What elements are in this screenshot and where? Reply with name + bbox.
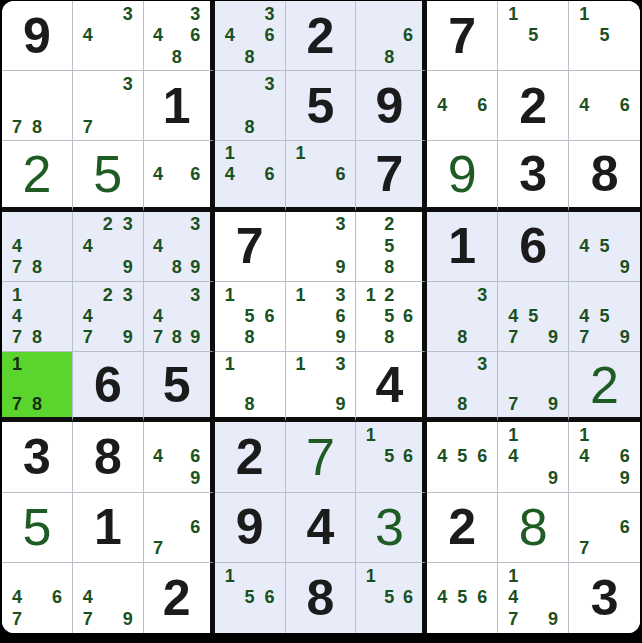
pencil-mark-slot-5: 5 bbox=[523, 305, 543, 326]
pencil-mark-slot-9: 9 bbox=[543, 467, 563, 488]
cell-r9c8[interactable]: 1479 bbox=[498, 563, 569, 633]
pencil-mark-slot-4 bbox=[220, 587, 240, 609]
cell-r8c9[interactable]: 67 bbox=[569, 493, 640, 563]
pencil-mark-slot-3 bbox=[543, 424, 563, 445]
cell-r8c8[interactable]: 8 bbox=[498, 493, 569, 563]
given-digit: 5 bbox=[144, 352, 210, 417]
pencil-mark-slot-3: 3 bbox=[330, 284, 350, 305]
pencil-mark-slot-7 bbox=[432, 394, 452, 414]
cell-r5c3[interactable]: 34789 bbox=[144, 282, 215, 352]
pencil-mark-slot-4 bbox=[291, 235, 311, 256]
cell-r3c5[interactable]: 16 bbox=[286, 141, 357, 211]
pencil-marks: 15 bbox=[498, 1, 568, 70]
pencil-marks: 79 bbox=[498, 352, 568, 417]
pencil-marks: 456 bbox=[427, 563, 497, 633]
pencil-mark-slot-8 bbox=[98, 608, 118, 630]
cell-r7c1[interactable]: 3 bbox=[2, 422, 73, 492]
pencil-mark-slot-4: 4 bbox=[78, 235, 98, 256]
pencil-mark-slot-5 bbox=[27, 587, 47, 609]
cell-r3c8[interactable]: 3 bbox=[498, 141, 569, 211]
pencil-mark-slot-1: 1 bbox=[291, 354, 311, 374]
pencil-marks: 156 bbox=[215, 563, 285, 633]
cell-r8c4[interactable]: 9 bbox=[215, 493, 286, 563]
pencil-mark-slot-8 bbox=[452, 116, 472, 137]
pencil-mark-slot-7 bbox=[432, 467, 452, 488]
pencil-mark-slot-9 bbox=[615, 537, 635, 558]
pencil-mark-slot-5 bbox=[523, 374, 543, 394]
pencil-marks: 156 bbox=[356, 422, 422, 491]
pencil-mark-slot-4 bbox=[503, 24, 523, 45]
cell-r9c3[interactable]: 2 bbox=[144, 563, 215, 633]
pencil-mark-slot-6 bbox=[543, 587, 563, 609]
pencil-mark-slot-7 bbox=[291, 184, 311, 204]
pencil-mark-slot-1: 1 bbox=[291, 143, 311, 163]
pencil-mark-slot-1: 1 bbox=[361, 284, 380, 305]
pencil-mark-slot-1: 1 bbox=[7, 284, 27, 305]
pencil-mark-slot-4 bbox=[503, 374, 523, 394]
pencil-mark-slot-8: 8 bbox=[27, 327, 47, 348]
pencil-mark-slot-7: 7 bbox=[7, 256, 27, 277]
cell-r2c7[interactable]: 46 bbox=[427, 71, 498, 141]
pencil-mark-slot-4: 4 bbox=[149, 305, 168, 326]
pencil-mark-slot-7 bbox=[220, 327, 240, 348]
pencil-mark-slot-3 bbox=[543, 565, 563, 587]
cell-r4c8[interactable]: 6 bbox=[498, 212, 569, 282]
pencil-mark-slot-5 bbox=[98, 95, 118, 116]
pencil-mark-slot-6 bbox=[615, 305, 635, 326]
pencil-mark-slot-8: 8 bbox=[240, 46, 260, 67]
pencil-marks: 1478 bbox=[2, 282, 72, 351]
pencil-mark-slot-3 bbox=[615, 284, 635, 305]
cell-r9c5[interactable]: 8 bbox=[286, 563, 357, 633]
pencil-marks: 46 bbox=[144, 141, 210, 206]
cell-r8c6[interactable]: 3 bbox=[356, 493, 427, 563]
cell-r6c7[interactable]: 38 bbox=[427, 352, 498, 422]
pencil-mark-slot-7 bbox=[149, 46, 168, 67]
pencil-mark-slot-8: 8 bbox=[380, 46, 399, 67]
pencil-mark-slot-1 bbox=[149, 424, 168, 445]
given-digit: 3 bbox=[569, 563, 640, 633]
pencil-mark-slot-9 bbox=[399, 256, 418, 277]
pencil-mark-slot-7 bbox=[220, 116, 240, 137]
pencil-marks: 4579 bbox=[498, 282, 568, 351]
pencil-mark-slot-3 bbox=[47, 565, 67, 587]
pencil-mark-slot-5: 5 bbox=[523, 24, 543, 45]
pencil-mark-slot-4: 4 bbox=[432, 446, 452, 467]
pencil-mark-slot-3 bbox=[472, 565, 492, 587]
pencil-mark-slot-6 bbox=[47, 235, 67, 256]
pencil-mark-slot-9: 9 bbox=[118, 327, 138, 348]
pencil-mark-slot-4: 4 bbox=[149, 24, 168, 45]
cell-r6c2[interactable]: 6 bbox=[73, 352, 144, 422]
pencil-mark-slot-7 bbox=[361, 256, 380, 277]
cell-r9c6[interactable]: 156 bbox=[356, 563, 427, 633]
pencil-mark-slot-3 bbox=[543, 3, 563, 24]
cell-r7c3[interactable]: 469 bbox=[144, 422, 215, 492]
pencil-mark-slot-3 bbox=[118, 565, 138, 587]
pencil-mark-slot-6 bbox=[118, 587, 138, 609]
pencil-mark-slot-7 bbox=[220, 46, 240, 67]
cell-r4c4[interactable]: 7 bbox=[215, 212, 286, 282]
pencil-mark-slot-8 bbox=[594, 46, 614, 67]
cell-r6c9[interactable]: 2 bbox=[569, 352, 640, 422]
cell-r1c1[interactable]: 9 bbox=[2, 1, 73, 71]
cell-r3c6[interactable]: 7 bbox=[356, 141, 427, 211]
pencil-mark-slot-2 bbox=[452, 354, 472, 374]
pencil-marks: 178 bbox=[2, 352, 72, 417]
cell-r1c7[interactable]: 7 bbox=[427, 1, 498, 71]
pencil-mark-slot-6: 6 bbox=[399, 446, 418, 467]
pencil-mark-slot-5 bbox=[98, 235, 118, 256]
pencil-mark-slot-6 bbox=[186, 305, 205, 326]
pencil-mark-slot-4 bbox=[432, 374, 452, 394]
pencil-mark-slot-7 bbox=[149, 256, 168, 277]
pencil-mark-slot-3 bbox=[47, 73, 67, 94]
pencil-marks: 46 bbox=[569, 71, 640, 140]
pencil-mark-slot-3 bbox=[472, 73, 492, 94]
pencil-mark-slot-9 bbox=[47, 116, 67, 137]
pencil-marks: 38 bbox=[427, 352, 497, 417]
cell-r3c2[interactable]: 5 bbox=[73, 141, 144, 211]
cell-r3c3[interactable]: 46 bbox=[144, 141, 215, 211]
cell-r6c3[interactable]: 5 bbox=[144, 352, 215, 422]
pencil-mark-slot-9 bbox=[260, 394, 280, 414]
pencil-mark-slot-6 bbox=[47, 95, 67, 116]
pencil-marks: 3489 bbox=[144, 212, 210, 281]
pencil-mark-slot-6: 6 bbox=[472, 95, 492, 116]
pencil-mark-slot-1: 1 bbox=[291, 284, 311, 305]
cell-r7c6[interactable]: 156 bbox=[356, 422, 427, 492]
pencil-mark-slot-8 bbox=[240, 184, 260, 204]
cell-r4c3[interactable]: 3489 bbox=[144, 212, 215, 282]
cell-r1c3[interactable]: 3468 bbox=[144, 1, 215, 71]
cell-r6c1[interactable]: 178 bbox=[2, 352, 73, 422]
pencil-mark-slot-3 bbox=[47, 354, 67, 374]
cell-r7c2[interactable]: 8 bbox=[73, 422, 144, 492]
pencil-marks: 12568 bbox=[356, 282, 422, 351]
given-digit: 7 bbox=[215, 212, 285, 281]
pencil-mark-slot-7 bbox=[432, 327, 452, 348]
pencil-mark-slot-7: 7 bbox=[7, 116, 27, 137]
pencil-mark-slot-9 bbox=[472, 116, 492, 137]
pencil-mark-slot-5 bbox=[452, 374, 472, 394]
cell-r5c1[interactable]: 1478 bbox=[2, 282, 73, 352]
pencil-mark-slot-1: 1 bbox=[574, 3, 594, 24]
pencil-mark-slot-3 bbox=[399, 3, 418, 24]
cell-r7c8[interactable]: 149 bbox=[498, 422, 569, 492]
pencil-mark-slot-1 bbox=[574, 214, 594, 235]
cell-r9c1[interactable]: 467 bbox=[2, 563, 73, 633]
pencil-mark-slot-5 bbox=[311, 235, 331, 256]
cell-r1c6[interactable]: 68 bbox=[356, 1, 427, 71]
pencil-mark-slot-2 bbox=[452, 284, 472, 305]
pencil-marks: 1469 bbox=[569, 422, 640, 491]
pencil-mark-slot-7 bbox=[361, 608, 380, 630]
pencil-mark-slot-4: 4 bbox=[503, 446, 523, 467]
pencil-mark-slot-2 bbox=[380, 3, 399, 24]
pencil-mark-slot-4: 4 bbox=[149, 446, 168, 467]
cell-r1c4[interactable]: 3468 bbox=[215, 1, 286, 71]
pencil-marks: 34 bbox=[73, 1, 143, 70]
pencil-mark-slot-2 bbox=[167, 3, 186, 24]
cell-r6c4[interactable]: 18 bbox=[215, 352, 286, 422]
given-digit: 1 bbox=[144, 71, 210, 140]
pencil-mark-slot-4: 4 bbox=[220, 24, 240, 45]
pencil-mark-slot-8 bbox=[311, 394, 331, 414]
cell-r7c7[interactable]: 456 bbox=[427, 422, 498, 492]
pencil-mark-slot-6 bbox=[543, 446, 563, 467]
pencil-mark-slot-8 bbox=[98, 327, 118, 348]
pencil-mark-slot-2 bbox=[98, 3, 118, 24]
pencil-mark-slot-4 bbox=[149, 516, 168, 537]
pencil-mark-slot-1 bbox=[574, 73, 594, 94]
pencil-mark-slot-6 bbox=[472, 374, 492, 394]
pencil-mark-slot-4 bbox=[7, 95, 27, 116]
pencil-mark-slot-3: 3 bbox=[186, 214, 205, 235]
pencil-mark-slot-2 bbox=[311, 143, 331, 163]
pencil-mark-slot-7 bbox=[361, 467, 380, 488]
pencil-mark-slot-4: 4 bbox=[574, 305, 594, 326]
pencil-mark-slot-6: 6 bbox=[399, 305, 418, 326]
pencil-mark-slot-5 bbox=[167, 305, 186, 326]
pencil-marks: 1479 bbox=[498, 563, 568, 633]
pencil-mark-slot-9: 9 bbox=[543, 327, 563, 348]
pencil-mark-slot-2 bbox=[240, 565, 260, 587]
pencil-mark-slot-1 bbox=[149, 284, 168, 305]
pencil-mark-slot-7: 7 bbox=[7, 394, 27, 414]
pencil-marks: 23479 bbox=[73, 282, 143, 351]
pencil-mark-slot-5 bbox=[240, 164, 260, 184]
pencil-mark-slot-6 bbox=[399, 235, 418, 256]
cell-r1c9[interactable]: 15 bbox=[569, 1, 640, 71]
pencil-mark-slot-9 bbox=[399, 467, 418, 488]
pencil-mark-slot-5 bbox=[311, 164, 331, 184]
pencil-mark-slot-2 bbox=[240, 73, 260, 94]
pencil-mark-slot-7: 7 bbox=[78, 327, 98, 348]
cell-r4c2[interactable]: 2349 bbox=[73, 212, 144, 282]
cell-r5c6[interactable]: 12568 bbox=[356, 282, 427, 352]
pencil-mark-slot-6 bbox=[330, 374, 350, 394]
cell-r2c9[interactable]: 46 bbox=[569, 71, 640, 141]
cell-r5c2[interactable]: 23479 bbox=[73, 282, 144, 352]
pencil-mark-slot-4 bbox=[361, 305, 380, 326]
pencil-mark-slot-8 bbox=[311, 184, 331, 204]
pencil-mark-slot-5 bbox=[523, 587, 543, 609]
cell-r7c5[interactable]: 7 bbox=[286, 422, 357, 492]
pencil-mark-slot-7: 7 bbox=[503, 327, 523, 348]
cell-r3c1[interactable]: 2 bbox=[2, 141, 73, 211]
pencil-mark-slot-2 bbox=[594, 424, 614, 445]
pencil-mark-slot-1 bbox=[432, 284, 452, 305]
pencil-mark-slot-7: 7 bbox=[503, 394, 523, 414]
cell-r5c8[interactable]: 4579 bbox=[498, 282, 569, 352]
pencil-mark-slot-3 bbox=[399, 214, 418, 235]
pencil-mark-slot-9 bbox=[399, 46, 418, 67]
cell-r8c3[interactable]: 67 bbox=[144, 493, 215, 563]
cell-r1c8[interactable]: 15 bbox=[498, 1, 569, 71]
pencil-mark-slot-3 bbox=[615, 424, 635, 445]
pencil-mark-slot-4: 4 bbox=[574, 446, 594, 467]
given-digit: 1 bbox=[73, 493, 143, 562]
pencil-mark-slot-3: 3 bbox=[118, 3, 138, 24]
pencil-mark-slot-2 bbox=[594, 73, 614, 94]
cell-r8c7[interactable]: 2 bbox=[427, 493, 498, 563]
cell-r3c7[interactable]: 9 bbox=[427, 141, 498, 211]
cell-r9c9[interactable]: 3 bbox=[569, 563, 640, 633]
cell-r9c2[interactable]: 479 bbox=[73, 563, 144, 633]
pencil-mark-slot-2 bbox=[311, 354, 331, 374]
cell-r4c1[interactable]: 478 bbox=[2, 212, 73, 282]
pencil-mark-slot-9 bbox=[118, 46, 138, 67]
pencil-mark-slot-7 bbox=[574, 467, 594, 488]
cell-r5c5[interactable]: 1369 bbox=[286, 282, 357, 352]
pencil-mark-slot-9: 9 bbox=[615, 327, 635, 348]
pencil-mark-slot-8 bbox=[167, 467, 186, 488]
pencil-mark-slot-5 bbox=[594, 446, 614, 467]
pencil-mark-slot-3 bbox=[260, 565, 280, 587]
given-digit: 7 bbox=[356, 141, 422, 206]
cell-r6c6[interactable]: 4 bbox=[356, 352, 427, 422]
pencil-mark-slot-6: 6 bbox=[399, 587, 418, 609]
pencil-mark-slot-7 bbox=[149, 184, 168, 204]
cell-r1c5[interactable]: 2 bbox=[286, 1, 357, 71]
cell-r2c6[interactable]: 9 bbox=[356, 71, 427, 141]
cell-r7c9[interactable]: 1469 bbox=[569, 422, 640, 492]
cell-r6c5[interactable]: 139 bbox=[286, 352, 357, 422]
pencil-mark-slot-2 bbox=[98, 73, 118, 94]
pencil-mark-slot-3: 3 bbox=[118, 73, 138, 94]
given-digit: 4 bbox=[286, 493, 356, 562]
given-digit: 3 bbox=[2, 422, 72, 491]
cell-r5c4[interactable]: 1568 bbox=[215, 282, 286, 352]
pencil-mark-slot-8: 8 bbox=[27, 394, 47, 414]
pencil-mark-slot-5 bbox=[27, 305, 47, 326]
cell-r5c7[interactable]: 38 bbox=[427, 282, 498, 352]
pencil-mark-slot-4: 4 bbox=[432, 95, 452, 116]
pencil-mark-slot-9 bbox=[260, 184, 280, 204]
pencil-marks: 3468 bbox=[215, 1, 285, 70]
cell-r5c9[interactable]: 4579 bbox=[569, 282, 640, 352]
pencil-marks: 34789 bbox=[144, 282, 210, 351]
pencil-mark-slot-2 bbox=[240, 143, 260, 163]
pencil-mark-slot-5 bbox=[167, 235, 186, 256]
cell-r1c2[interactable]: 34 bbox=[73, 1, 144, 71]
pencil-mark-slot-8: 8 bbox=[27, 116, 47, 137]
pencil-mark-slot-3 bbox=[543, 284, 563, 305]
pencil-mark-slot-6: 6 bbox=[330, 305, 350, 326]
pencil-mark-slot-7 bbox=[78, 46, 98, 67]
pencil-mark-slot-1 bbox=[432, 354, 452, 374]
pencil-mark-slot-2 bbox=[240, 354, 260, 374]
pencil-mark-slot-8 bbox=[523, 467, 543, 488]
cell-r2c1[interactable]: 78 bbox=[2, 71, 73, 141]
cell-r8c2[interactable]: 1 bbox=[73, 493, 144, 563]
pencil-mark-slot-8: 8 bbox=[380, 256, 399, 277]
pencil-mark-slot-3 bbox=[260, 143, 280, 163]
pencil-marks: 15 bbox=[569, 1, 640, 70]
cell-r8c5[interactable]: 4 bbox=[286, 493, 357, 563]
pencil-mark-slot-5 bbox=[240, 24, 260, 45]
pencil-mark-slot-8 bbox=[523, 327, 543, 348]
pencil-mark-slot-4 bbox=[361, 446, 380, 467]
given-digit: 2 bbox=[498, 71, 568, 140]
cell-r6c8[interactable]: 79 bbox=[498, 352, 569, 422]
pencil-mark-slot-5 bbox=[452, 305, 472, 326]
pencil-mark-slot-4: 4 bbox=[7, 235, 27, 256]
cell-r2c2[interactable]: 37 bbox=[73, 71, 144, 141]
pencil-mark-slot-8: 8 bbox=[27, 256, 47, 277]
pencil-mark-slot-8 bbox=[594, 537, 614, 558]
pencil-mark-slot-8 bbox=[98, 256, 118, 277]
pencil-mark-slot-7 bbox=[574, 116, 594, 137]
pencil-mark-slot-5: 5 bbox=[380, 235, 399, 256]
pencil-mark-slot-2: 2 bbox=[380, 214, 399, 235]
cell-r9c7[interactable]: 456 bbox=[427, 563, 498, 633]
pencil-mark-slot-4: 4 bbox=[7, 305, 27, 326]
entered-digit: 5 bbox=[73, 141, 143, 206]
entered-digit: 2 bbox=[2, 141, 72, 206]
pencil-mark-slot-9 bbox=[118, 116, 138, 137]
pencil-mark-slot-5: 5 bbox=[240, 305, 260, 326]
pencil-mark-slot-4 bbox=[78, 95, 98, 116]
pencil-mark-slot-7: 7 bbox=[78, 608, 98, 630]
cell-r4c6[interactable]: 258 bbox=[356, 212, 427, 282]
pencil-mark-slot-4: 4 bbox=[574, 235, 594, 256]
pencil-mark-slot-7: 7 bbox=[149, 327, 168, 348]
cell-r2c4[interactable]: 38 bbox=[215, 71, 286, 141]
cell-r9c4[interactable]: 156 bbox=[215, 563, 286, 633]
pencil-mark-slot-7 bbox=[574, 256, 594, 277]
pencil-mark-slot-8 bbox=[311, 256, 331, 277]
pencil-mark-slot-2 bbox=[240, 3, 260, 24]
cell-r8c1[interactable]: 5 bbox=[2, 493, 73, 563]
cell-r2c5[interactable]: 5 bbox=[286, 71, 357, 141]
cell-r7c4[interactable]: 2 bbox=[215, 422, 286, 492]
pencil-mark-slot-8: 8 bbox=[452, 327, 472, 348]
cell-r4c7[interactable]: 1 bbox=[427, 212, 498, 282]
cell-r4c5[interactable]: 39 bbox=[286, 212, 357, 282]
pencil-mark-slot-5 bbox=[594, 95, 614, 116]
pencil-marks: 4579 bbox=[569, 282, 640, 351]
pencil-mark-slot-8: 8 bbox=[167, 46, 186, 67]
cell-r3c9[interactable]: 8 bbox=[569, 141, 640, 211]
pencil-mark-slot-3: 3 bbox=[472, 284, 492, 305]
pencil-mark-slot-8 bbox=[452, 608, 472, 630]
pencil-mark-slot-7 bbox=[220, 608, 240, 630]
cell-r3c4[interactable]: 146 bbox=[215, 141, 286, 211]
pencil-mark-slot-9: 9 bbox=[543, 394, 563, 414]
pencil-mark-slot-5 bbox=[311, 305, 331, 326]
cell-r2c3[interactable]: 1 bbox=[144, 71, 215, 141]
pencil-mark-slot-7 bbox=[220, 184, 240, 204]
pencil-mark-slot-5: 5 bbox=[452, 587, 472, 609]
pencil-mark-slot-8 bbox=[594, 256, 614, 277]
pencil-mark-slot-2 bbox=[594, 214, 614, 235]
pencil-mark-slot-2 bbox=[523, 354, 543, 374]
pencil-mark-slot-1: 1 bbox=[220, 143, 240, 163]
cell-r2c8[interactable]: 2 bbox=[498, 71, 569, 141]
pencil-mark-slot-4: 4 bbox=[503, 305, 523, 326]
pencil-mark-slot-2 bbox=[98, 565, 118, 587]
pencil-mark-slot-7 bbox=[149, 467, 168, 488]
pencil-marks: 139 bbox=[286, 352, 356, 417]
pencil-mark-slot-1 bbox=[432, 424, 452, 445]
pencil-mark-slot-3 bbox=[399, 565, 418, 587]
pencil-mark-slot-6: 6 bbox=[615, 516, 635, 537]
pencil-mark-slot-9: 9 bbox=[330, 256, 350, 277]
cell-r4c9[interactable]: 459 bbox=[569, 212, 640, 282]
pencil-mark-slot-9 bbox=[472, 394, 492, 414]
